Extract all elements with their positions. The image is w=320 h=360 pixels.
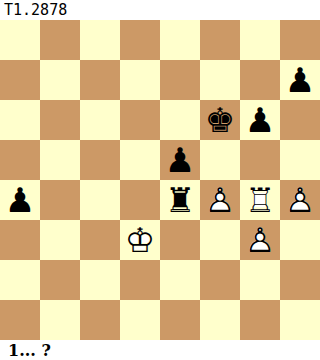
square-d8[interactable]	[120, 20, 160, 60]
square-b2[interactable]	[40, 260, 80, 300]
square-g7[interactable]	[240, 60, 280, 100]
square-f1[interactable]	[200, 300, 240, 340]
square-a1[interactable]	[0, 300, 40, 340]
square-a3[interactable]	[0, 220, 40, 260]
square-f3[interactable]	[200, 220, 240, 260]
square-g1[interactable]	[240, 300, 280, 340]
square-h3[interactable]	[280, 220, 320, 260]
square-f5[interactable]	[200, 140, 240, 180]
square-b6[interactable]	[40, 100, 80, 140]
square-b1[interactable]	[40, 300, 80, 340]
square-b7[interactable]	[40, 60, 80, 100]
square-g5[interactable]	[240, 140, 280, 180]
square-e8[interactable]	[160, 20, 200, 60]
white-rook-icon: ♜♖	[240, 180, 280, 220]
square-e2[interactable]	[160, 260, 200, 300]
square-f6[interactable]: ♚	[200, 100, 240, 140]
square-g2[interactable]	[240, 260, 280, 300]
square-e3[interactable]	[160, 220, 200, 260]
square-d3[interactable]: ♚♔	[120, 220, 160, 260]
black-pawn-icon: ♟	[160, 140, 200, 180]
square-e5[interactable]: ♟	[160, 140, 200, 180]
white-king-icon: ♚♔	[120, 220, 160, 260]
square-c4[interactable]	[80, 180, 120, 220]
square-d1[interactable]	[120, 300, 160, 340]
square-c1[interactable]	[80, 300, 120, 340]
square-c2[interactable]	[80, 260, 120, 300]
square-a4[interactable]: ♟	[0, 180, 40, 220]
square-e1[interactable]	[160, 300, 200, 340]
square-a5[interactable]	[0, 140, 40, 180]
square-a2[interactable]	[0, 260, 40, 300]
black-pawn-icon: ♟	[240, 100, 280, 140]
move-prompt: 1... ?	[0, 340, 320, 360]
square-d7[interactable]	[120, 60, 160, 100]
square-c8[interactable]	[80, 20, 120, 60]
square-f7[interactable]	[200, 60, 240, 100]
chess-board: ♟♚♟♟♟♜♟♙♜♖♟♙♚♔♟♙	[0, 20, 320, 340]
square-f2[interactable]	[200, 260, 240, 300]
square-h4[interactable]: ♟♙	[280, 180, 320, 220]
square-a6[interactable]	[0, 100, 40, 140]
white-pawn-icon: ♟♙	[200, 180, 240, 220]
diagram-title: T1.2878	[0, 0, 320, 20]
square-c7[interactable]	[80, 60, 120, 100]
square-a7[interactable]	[0, 60, 40, 100]
square-c5[interactable]	[80, 140, 120, 180]
black-rook-icon: ♜	[160, 180, 200, 220]
black-pawn-icon: ♟	[0, 180, 40, 220]
square-f4[interactable]: ♟♙	[200, 180, 240, 220]
square-g3[interactable]: ♟♙	[240, 220, 280, 260]
square-g8[interactable]	[240, 20, 280, 60]
square-h7[interactable]: ♟	[280, 60, 320, 100]
square-b5[interactable]	[40, 140, 80, 180]
white-pawn-icon: ♟♙	[240, 220, 280, 260]
black-king-icon: ♚	[200, 100, 240, 140]
square-g4[interactable]: ♜♖	[240, 180, 280, 220]
square-d4[interactable]	[120, 180, 160, 220]
square-f8[interactable]	[200, 20, 240, 60]
square-h5[interactable]	[280, 140, 320, 180]
square-h8[interactable]	[280, 20, 320, 60]
white-pawn-icon: ♟♙	[280, 180, 320, 220]
square-h6[interactable]	[280, 100, 320, 140]
square-d6[interactable]	[120, 100, 160, 140]
square-c6[interactable]	[80, 100, 120, 140]
square-b8[interactable]	[40, 20, 80, 60]
square-e7[interactable]	[160, 60, 200, 100]
square-e6[interactable]	[160, 100, 200, 140]
square-a8[interactable]	[0, 20, 40, 60]
square-h1[interactable]	[280, 300, 320, 340]
square-d5[interactable]	[120, 140, 160, 180]
black-pawn-icon: ♟	[280, 60, 320, 100]
square-b4[interactable]	[40, 180, 80, 220]
square-d2[interactable]	[120, 260, 160, 300]
square-g6[interactable]: ♟	[240, 100, 280, 140]
square-b3[interactable]	[40, 220, 80, 260]
square-e4[interactable]: ♜	[160, 180, 200, 220]
square-h2[interactable]	[280, 260, 320, 300]
square-c3[interactable]	[80, 220, 120, 260]
